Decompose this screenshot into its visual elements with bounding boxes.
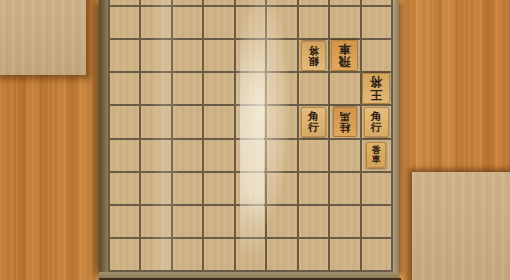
board-cell[interactable]: [236, 40, 265, 71]
board-cell[interactable]: [110, 7, 139, 38]
board-cell[interactable]: [330, 0, 359, 5]
board-cell[interactable]: [362, 206, 391, 237]
board-cell[interactable]: [204, 40, 233, 71]
board-cell[interactable]: [173, 239, 202, 270]
board-cell[interactable]: [236, 173, 265, 204]
board-cell[interactable]: [362, 7, 391, 38]
board-cell[interactable]: [141, 7, 170, 38]
board-cell[interactable]: [362, 173, 391, 204]
board-cell[interactable]: [173, 140, 202, 171]
board-cell[interactable]: [299, 73, 328, 104]
board-cell[interactable]: [173, 173, 202, 204]
board-cell[interactable]: [141, 206, 170, 237]
board-cell[interactable]: [236, 7, 265, 38]
board-cell[interactable]: [330, 206, 359, 237]
board-cell[interactable]: [267, 206, 296, 237]
board-cell[interactable]: [236, 140, 265, 171]
board-cell[interactable]: [330, 173, 359, 204]
board-cell[interactable]: [141, 106, 170, 137]
piece-kanji: 飛: [339, 56, 351, 68]
board-rim-left: [99, 0, 108, 272]
piece-kanji: 将: [308, 45, 319, 56]
board-cell[interactable]: [110, 0, 139, 5]
board-cell[interactable]: [236, 0, 265, 5]
piece-kanji: 車: [339, 44, 351, 56]
board-cell[interactable]: 王将: [362, 73, 391, 104]
board-cell[interactable]: [267, 173, 296, 204]
board-cell[interactable]: [236, 239, 265, 270]
shogi-piece-king-gote[interactable]: 王将: [362, 73, 390, 104]
board-cell[interactable]: [299, 239, 328, 270]
board-cell[interactable]: 香車: [362, 140, 391, 171]
board-cell[interactable]: [362, 40, 391, 71]
board-cell[interactable]: 桂馬: [330, 106, 359, 137]
board-cell[interactable]: [330, 140, 359, 171]
piece-kanji: 王: [370, 89, 382, 101]
board-rim-right: [393, 0, 399, 272]
board-cell[interactable]: [267, 73, 296, 104]
board-cell[interactable]: 飛車: [330, 40, 359, 71]
board-cell[interactable]: [110, 106, 139, 137]
board-cell[interactable]: [173, 40, 202, 71]
board-cell[interactable]: [236, 206, 265, 237]
board-cell[interactable]: [110, 40, 139, 71]
board-cell[interactable]: [362, 239, 391, 270]
piece-kanji: 車: [372, 155, 381, 164]
board-cell[interactable]: [173, 106, 202, 137]
board-cell[interactable]: [267, 0, 296, 5]
board-cell[interactable]: [267, 40, 296, 71]
piece-kanji: 将: [370, 77, 382, 89]
board-cell[interactable]: [330, 239, 359, 270]
board-cell[interactable]: [141, 0, 170, 5]
board-cell[interactable]: [299, 7, 328, 38]
board-cell[interactable]: [267, 140, 296, 171]
board-cell[interactable]: [173, 73, 202, 104]
board-cell[interactable]: [299, 140, 328, 171]
board-cell[interactable]: [141, 73, 170, 104]
board-cell[interactable]: [173, 7, 202, 38]
board-cell[interactable]: [204, 206, 233, 237]
board-cell[interactable]: [204, 0, 233, 5]
board-cell[interactable]: [204, 73, 233, 104]
board-cell[interactable]: [362, 0, 391, 5]
board-cell[interactable]: [204, 140, 233, 171]
piece-kanji: 馬: [340, 111, 351, 122]
board-cell[interactable]: [299, 206, 328, 237]
board-cell[interactable]: [299, 0, 328, 5]
board-cell[interactable]: [141, 239, 170, 270]
board-cell[interactable]: 角行: [362, 106, 391, 137]
board-cell[interactable]: [110, 206, 139, 237]
shogi-piece-bishop-sente[interactable]: 角行: [364, 107, 389, 137]
board-cell[interactable]: [267, 106, 296, 137]
piece-stand-top-left[interactable]: [0, 0, 86, 75]
board-cell[interactable]: [141, 40, 170, 71]
piece-kanji: 桂: [340, 122, 351, 133]
piece-kanji: 銀: [308, 56, 319, 67]
board-cell[interactable]: [110, 173, 139, 204]
board-cell[interactable]: 銀将: [299, 40, 328, 71]
piece-kanji: 行: [308, 122, 319, 133]
shogi-piece-bishop-sente[interactable]: 角行: [301, 107, 326, 137]
board-cell[interactable]: [204, 173, 233, 204]
piece-stand-bottom-right[interactable]: [412, 172, 510, 280]
shogi-piece-lance-sente[interactable]: 香車: [366, 142, 386, 168]
board-cell[interactable]: [204, 106, 233, 137]
board-cell[interactable]: [204, 7, 233, 38]
board-cell[interactable]: [173, 206, 202, 237]
shogi-piece-silver-general-gote[interactable]: 銀将: [301, 41, 326, 71]
board-cell[interactable]: [204, 239, 233, 270]
board-cell[interactable]: [299, 173, 328, 204]
board-cell[interactable]: [236, 106, 265, 137]
shogi-piece-knight-gote[interactable]: 桂馬: [333, 107, 357, 137]
board-cell[interactable]: [110, 140, 139, 171]
board-cell[interactable]: 角行: [299, 106, 328, 137]
board-cell[interactable]: [267, 7, 296, 38]
piece-kanji: 行: [371, 122, 382, 133]
board-cell[interactable]: [173, 0, 202, 5]
board-cell[interactable]: [330, 7, 359, 38]
board-cell[interactable]: [330, 73, 359, 104]
board-grid: 銀将飛車王将角行桂馬角行香車: [108, 0, 393, 272]
board-cell[interactable]: [236, 73, 265, 104]
board-cell[interactable]: [141, 140, 170, 171]
board-cell[interactable]: [110, 239, 139, 270]
board-cell[interactable]: [267, 239, 296, 270]
board-cell[interactable]: [110, 73, 139, 104]
board-cell[interactable]: [141, 173, 170, 204]
shogi-piece-rook-gote[interactable]: 飛車: [331, 40, 358, 71]
